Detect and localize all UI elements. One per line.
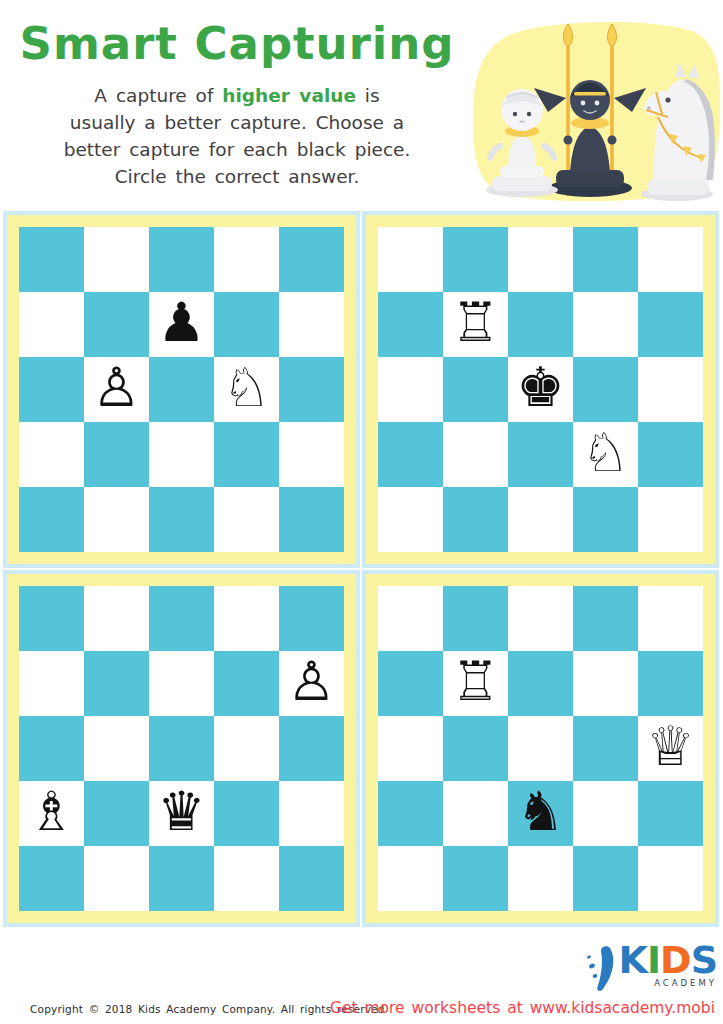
worksheet-page: Smart Capturing A capture of higher valu… <box>0 0 723 211</box>
board-cell <box>638 651 703 716</box>
board-2: ♖♚♘ <box>378 227 703 552</box>
board-cell <box>573 586 638 651</box>
board-cell <box>84 422 149 487</box>
white-knight-piece: ♘ <box>222 361 270 415</box>
board-3: ♙♗♛ <box>19 586 344 911</box>
board-cell <box>443 487 508 552</box>
board-cell <box>279 586 344 651</box>
board-cell <box>573 487 638 552</box>
white-pawn-piece: ♙ <box>92 361 140 415</box>
board-cell <box>149 487 214 552</box>
logo-letter-s: S <box>691 938 717 982</box>
board-cell <box>573 227 638 292</box>
board-cell <box>279 357 344 422</box>
board-cell <box>573 846 638 911</box>
board4-cell-r2c4[interactable]: ♕ <box>638 716 703 781</box>
page-title: Smart Capturing <box>6 20 468 67</box>
board-cell <box>378 586 443 651</box>
splash-icon <box>586 946 616 992</box>
board-cell <box>638 487 703 552</box>
board-cell <box>638 292 703 357</box>
kids-academy-logo: KIDS ACADEMY <box>586 942 717 992</box>
instructions-line4: Circle the correct answer. <box>115 166 360 187</box>
board-cell <box>573 781 638 846</box>
board-cell <box>214 781 279 846</box>
board-cell <box>84 781 149 846</box>
black-pawn-piece: ♟ <box>157 296 205 350</box>
board-cell <box>378 487 443 552</box>
logo-letters: KIDS <box>618 942 717 978</box>
board-cell <box>378 292 443 357</box>
board-cell <box>573 357 638 422</box>
board-cell <box>638 586 703 651</box>
board-cell <box>214 422 279 487</box>
black-knight-piece: ♞ <box>516 785 564 839</box>
board-cell <box>573 651 638 716</box>
board2-cell-r2c2[interactable]: ♚ <box>508 357 573 422</box>
board-cell <box>378 422 443 487</box>
instructions-line1-post: is <box>365 85 380 106</box>
logo-subtitle: ACADEMY <box>618 978 717 988</box>
board-panel-4: ♖♕♞ <box>362 570 719 927</box>
black-queen-piece: ♛ <box>157 785 205 839</box>
board3-cell-r1c4[interactable]: ♙ <box>279 651 344 716</box>
board-cell <box>443 227 508 292</box>
board-cell <box>149 586 214 651</box>
board-cell <box>84 487 149 552</box>
logo-letter-k: K <box>618 938 646 982</box>
board-cell <box>149 357 214 422</box>
board-cell <box>508 586 573 651</box>
board-cell <box>508 227 573 292</box>
board-cell <box>84 227 149 292</box>
board-cell <box>19 227 84 292</box>
instructions-line3: better capture for each black piece. <box>64 139 411 160</box>
board-cell <box>279 781 344 846</box>
board-cell <box>279 422 344 487</box>
board-cell <box>214 586 279 651</box>
board-cell <box>214 651 279 716</box>
board-cell <box>508 846 573 911</box>
header: Smart Capturing A capture of higher valu… <box>0 0 723 211</box>
board-cell <box>508 487 573 552</box>
board-1: ♟♙♘ <box>19 227 344 552</box>
board-cell <box>378 357 443 422</box>
board-cell <box>443 357 508 422</box>
board-cell <box>279 487 344 552</box>
white-pawn-piece: ♙ <box>287 655 335 709</box>
board-cell <box>19 487 84 552</box>
board-cell <box>149 227 214 292</box>
board-cell <box>19 357 84 422</box>
board-cell <box>443 586 508 651</box>
logo-letter-i: I <box>647 938 660 982</box>
board-cell <box>378 781 443 846</box>
board-cell <box>508 422 573 487</box>
board-cell <box>84 292 149 357</box>
board-cell <box>149 651 214 716</box>
board-cell <box>214 227 279 292</box>
footer: Copyright © 2018 Kids Academy Company. A… <box>0 927 723 1024</box>
board-cell <box>279 716 344 781</box>
board-panel-2: ♖♚♘ <box>362 211 719 568</box>
board1-cell-r2c3[interactable]: ♘ <box>214 357 279 422</box>
board-cell <box>508 651 573 716</box>
logo-letter-d: D <box>660 938 691 982</box>
board-cell <box>84 846 149 911</box>
board1-cell-r1c2[interactable]: ♟ <box>149 292 214 357</box>
boards-grid: ♟♙♘ ♖♚♘ ♙♗♛ ♖♕♞ <box>3 211 719 927</box>
board-cell <box>19 651 84 716</box>
logo-text: KIDS ACADEMY <box>618 942 717 988</box>
board-cell <box>573 292 638 357</box>
board-cell <box>573 716 638 781</box>
white-queen-piece: ♕ <box>646 720 694 774</box>
board-cell <box>84 651 149 716</box>
board-cell <box>214 716 279 781</box>
board-cell <box>279 292 344 357</box>
board-cell <box>19 292 84 357</box>
board2-cell-r1c1[interactable]: ♖ <box>443 292 508 357</box>
board-cell <box>443 846 508 911</box>
board-cell <box>214 487 279 552</box>
board4-cell-r3c2[interactable]: ♞ <box>508 781 573 846</box>
board-cell <box>638 357 703 422</box>
black-king-piece: ♚ <box>516 361 564 415</box>
board-cell <box>19 716 84 781</box>
board-cell <box>279 846 344 911</box>
worksheets-link[interactable]: Get more worksheets at www.kidsacademy.m… <box>330 999 715 1017</box>
board-cell <box>443 781 508 846</box>
board-cell <box>19 846 84 911</box>
white-rook-piece: ♖ <box>451 655 499 709</box>
white-bishop-piece: ♗ <box>27 785 75 839</box>
instructions-text: A capture of higher value is usually a b… <box>6 83 468 190</box>
board-panel-3: ♙♗♛ <box>3 570 360 927</box>
board-cell <box>378 227 443 292</box>
board-cell <box>149 422 214 487</box>
board-cell <box>378 651 443 716</box>
board-cell <box>443 422 508 487</box>
board-cell <box>638 422 703 487</box>
board3-cell-r3c0[interactable]: ♗ <box>19 781 84 846</box>
chess-pieces-illustration <box>470 18 723 205</box>
board4-cell-r1c1[interactable]: ♖ <box>443 651 508 716</box>
board-cell <box>149 716 214 781</box>
instructions-line1-pre: A capture of <box>94 85 213 106</box>
white-knight-piece: ♘ <box>581 426 629 480</box>
board-cell <box>378 846 443 911</box>
board-cell <box>19 586 84 651</box>
board2-cell-r3c3[interactable]: ♘ <box>573 422 638 487</box>
board-cell <box>443 716 508 781</box>
board-cell <box>279 227 344 292</box>
board-cell <box>378 716 443 781</box>
board-cell <box>508 716 573 781</box>
board-cell <box>84 586 149 651</box>
header-text-block: Smart Capturing A capture of higher valu… <box>6 20 468 191</box>
board1-cell-r2c1[interactable]: ♙ <box>84 357 149 422</box>
instructions-line2: usually a better capture. Choose a <box>70 112 404 133</box>
board-panel-1: ♟♙♘ <box>3 211 360 568</box>
board-4: ♖♕♞ <box>378 586 703 911</box>
board-cell <box>638 227 703 292</box>
board-cell <box>84 716 149 781</box>
board-cell <box>19 422 84 487</box>
board-cell <box>508 292 573 357</box>
board-cell <box>214 846 279 911</box>
illustration-svg <box>470 18 723 205</box>
white-rook-piece: ♖ <box>451 296 499 350</box>
board-cell <box>638 846 703 911</box>
board3-cell-r3c2[interactable]: ♛ <box>149 781 214 846</box>
board-cell <box>214 292 279 357</box>
instructions-highlight: higher value <box>222 85 356 106</box>
board-cell <box>638 781 703 846</box>
board-cell <box>149 846 214 911</box>
